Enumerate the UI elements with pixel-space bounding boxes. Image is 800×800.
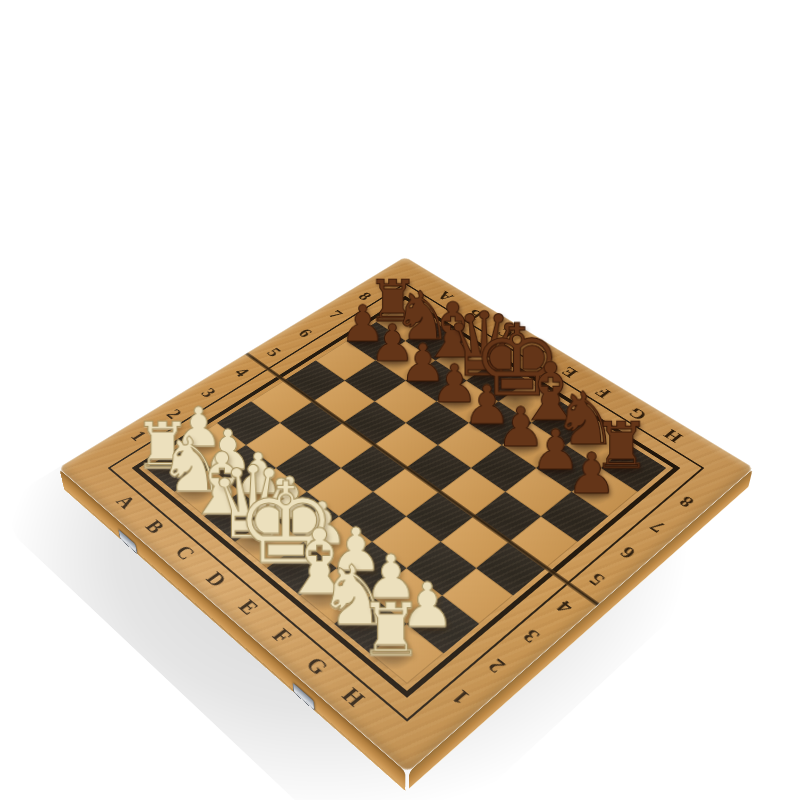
white-rook-h1[interactable]: ♜ bbox=[311, 593, 471, 666]
rank-label-left-4: 4 bbox=[223, 360, 260, 385]
square-h5[interactable] bbox=[509, 516, 578, 568]
chess-box: 1122334455667788AABBCCDDEEFFGGHH ♜♟♞♟♝♟♛… bbox=[58, 257, 754, 773]
rank-label-right-5: 5 bbox=[575, 563, 618, 596]
rank-label-right-7: 7 bbox=[637, 511, 678, 542]
rank-label-left-5: 5 bbox=[256, 341, 292, 365]
rank-label-right-8: 8 bbox=[666, 487, 707, 517]
product-photo: 1122334455667788AABBCCDDEEFFGGHH ♜♟♞♟♝♟♛… bbox=[0, 0, 800, 800]
rank-label-right-6: 6 bbox=[607, 537, 649, 569]
black-pawn-h7[interactable]: ♟ bbox=[520, 446, 663, 502]
